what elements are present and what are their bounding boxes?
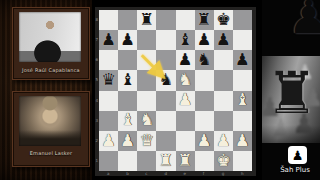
square-a5: ♛ xyxy=(99,70,118,90)
white-queen-c2: ♛ xyxy=(139,132,154,149)
black-pawn-f7: ♟ xyxy=(197,31,212,48)
white-knight-e5: ♞ xyxy=(178,72,193,89)
white-rook-e1: ♜ xyxy=(178,152,193,169)
square-c6 xyxy=(137,50,156,70)
white-pawn-g2: ♟ xyxy=(216,132,231,149)
black-pawn-h6: ♟ xyxy=(235,52,250,69)
square-b1 xyxy=(118,151,137,171)
black-pawn-g7: ♟ xyxy=(216,31,231,48)
brand-name: Šah Plus xyxy=(270,166,320,174)
black-pawn-a7: ♟ xyxy=(101,31,116,48)
rank-label-2: 2 xyxy=(96,139,99,143)
black-player-name: José Raúl Capablanca xyxy=(13,67,89,73)
square-h3 xyxy=(233,111,252,131)
black-rook-c8: ♜ xyxy=(139,11,154,28)
square-d1: ♜ xyxy=(156,151,175,171)
file-label-f: f xyxy=(203,172,204,176)
square-a2: ♟ xyxy=(99,131,118,151)
black-bishop-e7: ♝ xyxy=(178,31,193,48)
square-c1 xyxy=(137,151,156,171)
lasker-portrait-photo xyxy=(19,96,81,146)
white-rook-d1: ♜ xyxy=(159,152,174,169)
file-label-g: g xyxy=(222,172,225,176)
square-a1 xyxy=(99,151,118,171)
white-pawn-h2: ♟ xyxy=(235,132,250,149)
square-b8 xyxy=(118,10,137,30)
square-b2: ♟ xyxy=(118,131,137,151)
square-h4: ♝ xyxy=(233,91,252,111)
square-f1 xyxy=(195,151,214,171)
white-pawn-a2: ♟ xyxy=(101,132,116,149)
white-pawn-e4: ♟ xyxy=(178,92,193,109)
square-d7 xyxy=(156,30,175,50)
square-c5 xyxy=(137,70,156,90)
square-b7: ♟ xyxy=(118,30,137,50)
square-g1: ♚ xyxy=(214,151,233,171)
square-e2 xyxy=(176,131,195,151)
square-a3 xyxy=(99,111,118,131)
glass-pawn-icon: ♟ xyxy=(288,0,320,40)
square-d3 xyxy=(156,111,175,131)
square-f8: ♜ xyxy=(195,10,214,30)
capablanca-portrait-photo xyxy=(19,12,81,62)
white-king-g1: ♚ xyxy=(216,152,231,169)
white-player-name: Emanuel Lasker xyxy=(13,150,89,156)
square-c2: ♛ xyxy=(137,131,156,151)
file-label-d: d xyxy=(164,172,167,176)
black-knight-d5: ♞ xyxy=(159,72,174,89)
square-f3 xyxy=(195,111,214,131)
black-queen-a5: ♛ xyxy=(101,72,116,89)
square-g4 xyxy=(214,91,233,111)
rank-label-7: 7 xyxy=(96,38,99,42)
square-h8 xyxy=(233,10,252,30)
white-bishop-b3: ♝ xyxy=(120,112,135,129)
black-rook-f8: ♜ xyxy=(197,11,212,28)
black-knight-f6: ♞ xyxy=(197,52,212,69)
rank-label-8: 8 xyxy=(96,18,99,22)
square-c7 xyxy=(137,30,156,50)
video-frame: José Raúl Capablanca Emanuel Lasker ♜♜♚♟… xyxy=(0,0,320,180)
square-f7: ♟ xyxy=(195,30,214,50)
chess-pieces-photo: ♟ ♟ ♟ ♟ ♟ ♜ xyxy=(262,56,320,143)
square-b3: ♝ xyxy=(118,111,137,131)
square-h6: ♟ xyxy=(233,50,252,70)
square-g6 xyxy=(214,50,233,70)
square-d5: ♞ xyxy=(156,70,175,90)
players-panel: José Raúl Capablanca Emanuel Lasker xyxy=(0,0,92,180)
square-d6 xyxy=(156,50,175,70)
white-knight-c3: ♞ xyxy=(139,112,154,129)
black-pawn-b7: ♟ xyxy=(120,31,135,48)
white-pawn-b2: ♟ xyxy=(120,132,135,149)
square-a4 xyxy=(99,91,118,111)
square-e5: ♞ xyxy=(176,70,195,90)
square-e3 xyxy=(176,111,195,131)
square-e4: ♟ xyxy=(176,91,195,111)
black-pawn-e6: ♟ xyxy=(178,52,193,69)
photo-shade xyxy=(262,125,320,143)
square-a6 xyxy=(99,50,118,70)
square-a8 xyxy=(99,10,118,30)
square-d2 xyxy=(156,131,175,151)
square-g3 xyxy=(214,111,233,131)
chess-board-frame: ♜♜♚♟♟♝♟♟♟♞♟♛♝♞♞♟♝♝♞♟♟♛♟♟♟♜♜♚ 87654321abc… xyxy=(95,7,256,176)
square-b5: ♝ xyxy=(118,70,137,90)
rank-label-6: 6 xyxy=(96,58,99,62)
square-b6 xyxy=(118,50,137,70)
square-d4 xyxy=(156,91,175,111)
square-f5 xyxy=(195,70,214,90)
square-g7: ♟ xyxy=(214,30,233,50)
black-bishop-b5: ♝ xyxy=(120,72,135,89)
square-g2: ♟ xyxy=(214,131,233,151)
square-f2: ♟ xyxy=(195,131,214,151)
square-a7: ♟ xyxy=(99,30,118,50)
square-e7: ♝ xyxy=(176,30,195,50)
pawn-logo-icon: ♟ xyxy=(292,149,304,162)
white-pawn-f2: ♟ xyxy=(197,132,212,149)
square-e8 xyxy=(176,10,195,30)
square-c3: ♞ xyxy=(137,111,156,131)
file-label-b: b xyxy=(126,172,129,176)
file-label-c: c xyxy=(145,172,147,176)
sah-plus-logo: ♟ xyxy=(288,146,307,164)
file-label-e: e xyxy=(184,172,186,176)
square-h7 xyxy=(233,30,252,50)
square-d8 xyxy=(156,10,175,30)
black-king-g8: ♚ xyxy=(216,11,231,28)
rank-label-4: 4 xyxy=(96,99,99,103)
rank-label-1: 1 xyxy=(96,159,99,163)
square-h5 xyxy=(233,70,252,90)
rank-label-3: 3 xyxy=(96,119,99,123)
file-label-h: h xyxy=(241,172,244,176)
square-e6: ♟ xyxy=(176,50,195,70)
square-c8: ♜ xyxy=(137,10,156,30)
square-h2: ♟ xyxy=(233,131,252,151)
black-player-card: José Raúl Capablanca xyxy=(12,7,90,80)
square-f6: ♞ xyxy=(195,50,214,70)
chess-board: ♜♜♚♟♟♝♟♟♟♞♟♛♝♞♞♟♝♝♞♟♟♛♟♟♟♜♜♚ xyxy=(99,10,252,171)
white-player-card: Emanuel Lasker xyxy=(12,91,90,167)
square-b4 xyxy=(118,91,137,111)
rook-photo-icon: ♜ xyxy=(266,64,318,122)
square-h1 xyxy=(233,151,252,171)
branding-panel: ♟ ♟ ♟ ♟ ♟ ♟ ♜ ♟ Šah Plus xyxy=(262,0,320,180)
file-label-a: a xyxy=(107,172,109,176)
white-bishop-h4: ♝ xyxy=(235,92,250,109)
square-g8: ♚ xyxy=(214,10,233,30)
square-c4 xyxy=(137,91,156,111)
square-f4 xyxy=(195,91,214,111)
square-g5 xyxy=(214,70,233,90)
square-e1: ♜ xyxy=(176,151,195,171)
rank-label-5: 5 xyxy=(96,78,99,82)
